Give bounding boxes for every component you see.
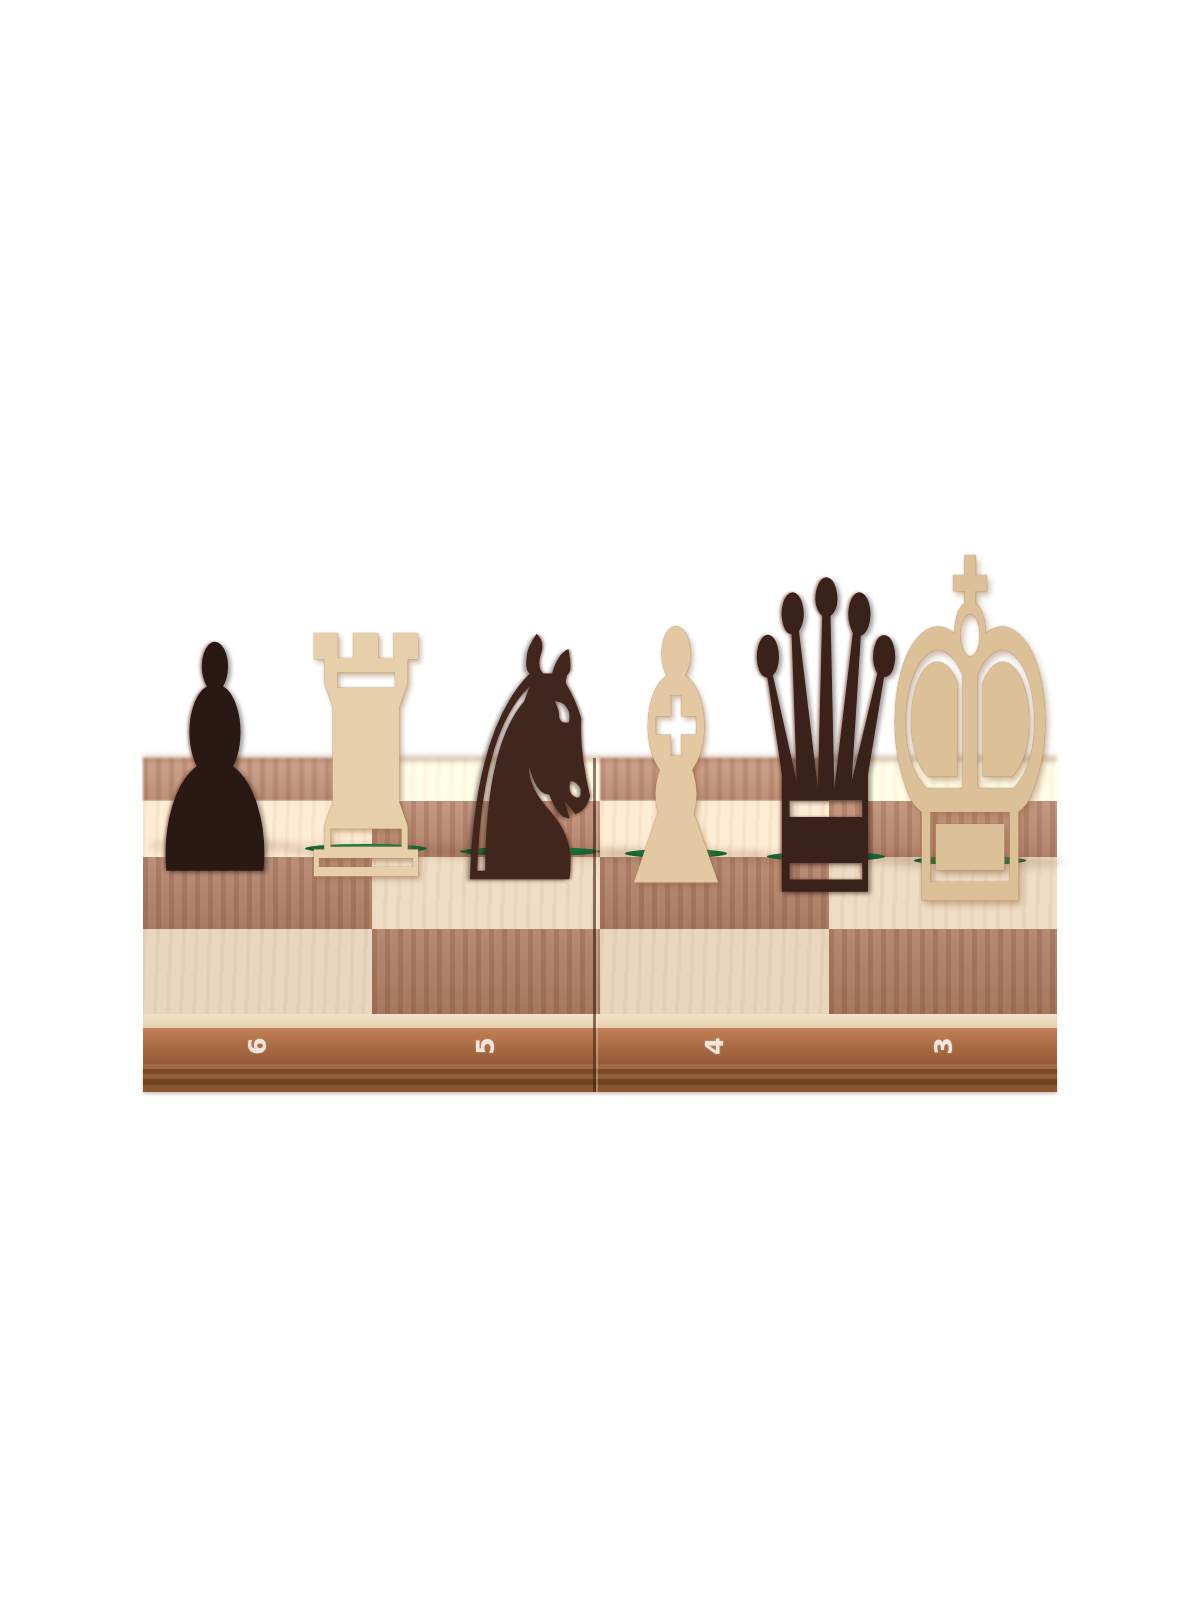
light-rook-piece: ♜	[283, 743, 449, 928]
rank-label: 3	[929, 1037, 958, 1054]
light-king-piece: ♚	[874, 758, 1067, 973]
board-inner-strip	[143, 1014, 1057, 1028]
board-front-edge	[143, 1064, 1057, 1092]
board-coordinate-border: 6 5 4 3	[143, 1028, 1057, 1064]
rook-glyph: ♜	[283, 595, 449, 928]
rank-label: 6	[243, 1037, 272, 1054]
rank-label: 4	[700, 1037, 729, 1054]
rank-label: 5	[471, 1037, 500, 1054]
king-glyph: ♚	[874, 500, 1067, 973]
bishop-glyph: ♝	[595, 586, 756, 937]
product-photo-stage: 6 5 4 3 ♟ ♜ ♞ ♝ ♛ ♚	[0, 0, 1200, 1600]
light-bishop-piece: ♝	[595, 757, 756, 937]
pawn-glyph: ♟	[141, 607, 289, 921]
dark-pawn-piece: ♟	[141, 755, 289, 920]
